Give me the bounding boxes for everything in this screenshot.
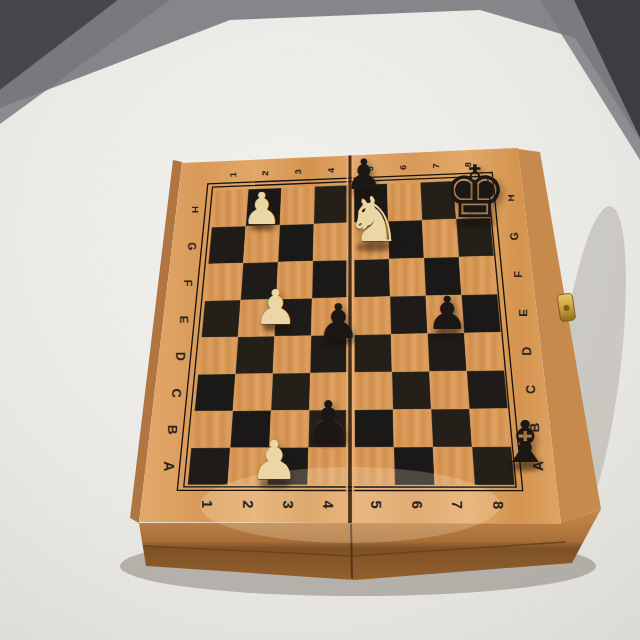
label-rank-right-D: D (520, 346, 534, 355)
square-F6[interactable] (389, 258, 426, 297)
label-rank-right-F: F (512, 271, 524, 278)
photo-scene: 1234567812345678HGFEDCBAHGFEDCBA ♟♟♞♚♟♟♟… (0, 0, 640, 640)
square-D5[interactable] (355, 334, 393, 372)
square-E5[interactable] (354, 297, 391, 335)
label-file-top-2: 2 (260, 171, 270, 176)
label-file-bottom-7: 7 (449, 501, 465, 509)
label-rank-right-G: G (509, 232, 520, 240)
piece-black-pawn-D7[interactable]: ♟ (426, 290, 467, 336)
label-rank-left-G: G (186, 242, 197, 250)
square-B5[interactable] (355, 410, 394, 448)
square-F1[interactable] (205, 263, 243, 301)
label-file-top-4: 4 (326, 167, 336, 173)
square-D3[interactable] (273, 336, 311, 374)
label-rank-right-E: E (516, 309, 529, 317)
square-H3[interactable] (280, 187, 315, 225)
label-file-bottom-1: 1 (199, 500, 215, 508)
square-G4[interactable] (313, 223, 348, 261)
square-G3[interactable] (278, 224, 314, 262)
square-C5[interactable] (355, 372, 393, 410)
label-rank-left-E: E (178, 316, 191, 324)
label-file-bottom-8: 8 (490, 501, 506, 509)
piece-white-pawn-E3[interactable]: ♟ (254, 283, 297, 331)
piece-white-knight-G5[interactable]: ♞ (346, 189, 402, 251)
square-D8[interactable] (464, 332, 504, 371)
piece-white-pawn-A3[interactable]: ♟ (250, 434, 298, 488)
square-B1[interactable] (191, 411, 233, 448)
label-file-top-1: 1 (228, 172, 238, 177)
square-C7[interactable] (429, 371, 469, 409)
label-file-bottom-3: 3 (280, 500, 296, 508)
label-rank-left-B: B (165, 425, 180, 435)
square-F5[interactable] (354, 259, 390, 298)
label-rank-right-C: C (523, 385, 538, 394)
label-rank-left-A: A (161, 461, 177, 471)
square-C2[interactable] (233, 374, 273, 411)
label-file-top-6: 6 (398, 165, 408, 170)
piece-black-pawn-B4[interactable]: ♟ (305, 394, 352, 446)
square-D6[interactable] (391, 334, 429, 372)
square-G1[interactable] (208, 226, 245, 264)
label-file-bottom-6: 6 (409, 501, 425, 509)
label-file-top-7: 7 (431, 163, 441, 168)
label-rank-left-H: H (190, 206, 201, 213)
square-E1[interactable] (202, 300, 241, 338)
piece-black-king-G8[interactable]: ♚ (443, 155, 508, 227)
label-file-top-3: 3 (293, 169, 303, 174)
label-rank-left-C: C (169, 388, 184, 397)
piece-black-pawn-D4[interactable]: ♟ (317, 297, 360, 345)
square-A1[interactable] (188, 448, 231, 485)
piece-black-bishop-A8[interactable]: ♝ (499, 413, 551, 471)
label-file-bottom-4: 4 (320, 501, 336, 510)
square-D2[interactable] (236, 336, 275, 374)
square-C8[interactable] (467, 371, 508, 409)
square-D1[interactable] (198, 337, 238, 374)
label-file-bottom-2: 2 (240, 500, 256, 508)
square-B6[interactable] (393, 409, 433, 447)
hinge-clasp (557, 293, 576, 322)
label-file-bottom-5: 5 (368, 501, 384, 509)
square-C6[interactable] (392, 371, 431, 409)
square-B7[interactable] (431, 409, 472, 447)
piece-white-pawn-G2[interactable]: ♟ (242, 187, 281, 231)
label-rank-left-F: F (182, 280, 194, 287)
square-E6[interactable] (390, 296, 428, 335)
label-rank-left-D: D (173, 352, 187, 361)
square-C1[interactable] (195, 374, 236, 411)
square-H4[interactable] (314, 185, 348, 224)
